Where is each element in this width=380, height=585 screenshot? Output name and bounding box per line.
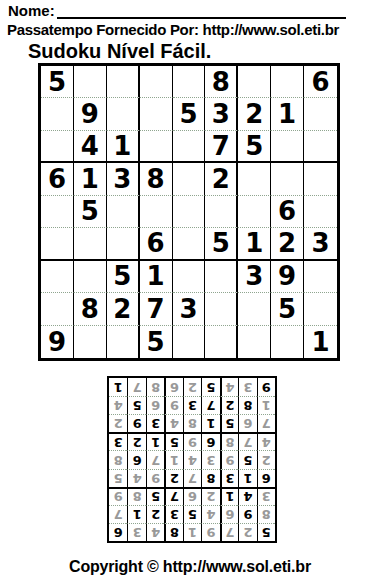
solution-cell-r9c6: 6 bbox=[164, 378, 182, 396]
main-cell-r5c6 bbox=[205, 196, 238, 228]
main-cell-r5c8: 6 bbox=[271, 196, 304, 228]
solution-cell-r6c1: 4 bbox=[257, 432, 275, 450]
main-cell-r9c9: 1 bbox=[304, 326, 337, 358]
name-underline bbox=[57, 5, 346, 19]
solution-cell-r2c7: 2 bbox=[146, 505, 164, 523]
solution-cell-r1c2: 2 bbox=[238, 523, 256, 541]
main-cell-r8c4: 7 bbox=[140, 293, 173, 325]
main-cell-r5c3 bbox=[107, 196, 140, 228]
main-cell-r4c2: 1 bbox=[74, 163, 107, 195]
main-cell-r5c7 bbox=[238, 196, 271, 228]
solution-cell-r5c3: 9 bbox=[220, 450, 238, 468]
copyright: Copyright © http://www.sol.eti.br bbox=[0, 558, 380, 576]
main-cell-r6c9: 3 bbox=[304, 228, 337, 260]
main-cell-r8c8: 5 bbox=[271, 293, 304, 325]
solution-cell-r3c6: 7 bbox=[164, 487, 182, 505]
main-cell-r3c2: 4 bbox=[74, 131, 107, 163]
solution-cell-r4c2: 1 bbox=[238, 469, 256, 487]
main-cell-r7c2 bbox=[74, 261, 107, 293]
main-cell-r8c2: 8 bbox=[74, 293, 107, 325]
solution-cell-r8c2: 8 bbox=[238, 396, 256, 414]
main-cell-r9c5 bbox=[173, 326, 206, 358]
main-cell-r7c3: 5 bbox=[107, 261, 140, 293]
main-cell-r5c5 bbox=[173, 196, 206, 228]
main-cell-r4c7 bbox=[238, 163, 271, 195]
solution-cell-r4c5: 7 bbox=[183, 469, 201, 487]
solution-cell-r9c2: 3 bbox=[238, 378, 256, 396]
solution-cell-r6c9: 3 bbox=[109, 432, 127, 450]
main-cell-r1c2 bbox=[74, 66, 107, 98]
solution-cell-r8c9: 4 bbox=[109, 396, 127, 414]
main-cell-r8c9 bbox=[304, 293, 337, 325]
solution-cell-r7c8: 9 bbox=[127, 414, 145, 432]
main-cell-r8c5: 3 bbox=[173, 293, 206, 325]
main-cell-r8c3: 2 bbox=[107, 293, 140, 325]
solution-cell-r5c9: 8 bbox=[109, 450, 127, 468]
main-cell-r3c7: 5 bbox=[238, 131, 271, 163]
solution-cell-r5c4: 3 bbox=[201, 450, 219, 468]
solution-cell-r2c5: 5 bbox=[183, 505, 201, 523]
main-cell-r7c5 bbox=[173, 261, 206, 293]
main-cell-r9c4: 5 bbox=[140, 326, 173, 358]
solution-grid: 5279184368964532173412675896138729452593… bbox=[107, 376, 277, 543]
main-cell-r1c6: 8 bbox=[205, 66, 238, 98]
solution-cell-r1c8: 3 bbox=[127, 523, 145, 541]
main-cell-r4c1: 6 bbox=[41, 163, 74, 195]
solution-cell-r8c8: 5 bbox=[127, 396, 145, 414]
main-cell-r4c4: 8 bbox=[140, 163, 173, 195]
solution-cell-r9c9: 1 bbox=[109, 378, 127, 396]
solution-cell-r7c1: 7 bbox=[257, 414, 275, 432]
main-cell-r2c4 bbox=[140, 98, 173, 130]
solution-cell-r9c7: 8 bbox=[146, 378, 164, 396]
solution-cell-r3c4: 2 bbox=[201, 487, 219, 505]
main-cell-r3c4 bbox=[140, 131, 173, 163]
solution-cell-r2c4: 4 bbox=[201, 505, 219, 523]
solution-cell-r4c4: 8 bbox=[201, 469, 219, 487]
solution-cell-r5c6: 1 bbox=[164, 450, 182, 468]
solution-cell-r1c4: 9 bbox=[201, 523, 219, 541]
solution-cell-r9c1: 9 bbox=[257, 378, 275, 396]
solution-cell-r6c2: 7 bbox=[238, 432, 256, 450]
solution-cell-r6c3: 8 bbox=[220, 432, 238, 450]
main-cell-r2c6: 3 bbox=[205, 98, 238, 130]
main-cell-r8c6 bbox=[205, 293, 238, 325]
name-label: Nome: bbox=[8, 2, 55, 19]
main-cell-r1c9: 6 bbox=[304, 66, 337, 98]
solution-cell-r7c4: 1 bbox=[201, 414, 219, 432]
main-cell-r1c5 bbox=[173, 66, 206, 98]
solution-cell-r6c4: 6 bbox=[201, 432, 219, 450]
main-cell-r4c8 bbox=[271, 163, 304, 195]
solution-cell-r7c9: 2 bbox=[109, 414, 127, 432]
main-cell-r1c7 bbox=[238, 66, 271, 98]
solution-cell-r3c2: 4 bbox=[238, 487, 256, 505]
solution-cell-r1c9: 6 bbox=[109, 523, 127, 541]
main-cell-r6c7: 1 bbox=[238, 228, 271, 260]
solution-cell-r2c1: 8 bbox=[257, 505, 275, 523]
solution-cell-r7c3: 5 bbox=[220, 414, 238, 432]
main-cell-r2c5: 5 bbox=[173, 98, 206, 130]
solution-cell-r9c8: 7 bbox=[127, 378, 145, 396]
main-cell-r9c8 bbox=[271, 326, 304, 358]
main-cell-r6c3 bbox=[107, 228, 140, 260]
solution-cell-r8c4: 7 bbox=[201, 396, 219, 414]
solution-cell-r4c6: 2 bbox=[164, 469, 182, 487]
solution-cell-r3c7: 5 bbox=[146, 487, 164, 505]
solution-cell-r3c1: 3 bbox=[257, 487, 275, 505]
main-cell-r1c1: 5 bbox=[41, 66, 74, 98]
main-cell-r9c3 bbox=[107, 326, 140, 358]
solution-cell-r2c8: 1 bbox=[127, 505, 145, 523]
main-cell-r7c6 bbox=[205, 261, 238, 293]
solution-cell-r9c4: 5 bbox=[201, 378, 219, 396]
main-cell-r2c3 bbox=[107, 98, 140, 130]
main-cell-r9c1: 9 bbox=[41, 326, 74, 358]
main-cell-r3c1 bbox=[41, 131, 74, 163]
solution-cell-r9c3: 4 bbox=[220, 378, 238, 396]
main-cell-r3c9 bbox=[304, 131, 337, 163]
solution-cell-r3c3: 1 bbox=[220, 487, 238, 505]
main-cell-r5c1 bbox=[41, 196, 74, 228]
main-cell-r1c3 bbox=[107, 66, 140, 98]
solution-cell-r9c5: 2 bbox=[183, 378, 201, 396]
main-cell-r9c2 bbox=[74, 326, 107, 358]
main-grid: 586953214175613825665123513982735951 bbox=[38, 63, 340, 361]
main-cell-r4c6: 2 bbox=[205, 163, 238, 195]
main-cell-r3c3: 1 bbox=[107, 131, 140, 163]
main-cell-r5c9 bbox=[304, 196, 337, 228]
main-cell-r7c4: 1 bbox=[140, 261, 173, 293]
solution-cell-r8c3: 2 bbox=[220, 396, 238, 414]
solution-cell-r5c1: 2 bbox=[257, 450, 275, 468]
main-cell-r7c9 bbox=[304, 261, 337, 293]
main-cell-r3c8 bbox=[271, 131, 304, 163]
main-cell-r1c4 bbox=[140, 66, 173, 98]
main-cell-r2c9 bbox=[304, 98, 337, 130]
solution-cell-r5c5: 4 bbox=[183, 450, 201, 468]
solution-cell-r6c6: 5 bbox=[164, 432, 182, 450]
solution-cell-r6c7: 1 bbox=[146, 432, 164, 450]
main-cell-r2c7: 2 bbox=[238, 98, 271, 130]
main-cell-r5c2: 5 bbox=[74, 196, 107, 228]
solution-cell-r8c5: 3 bbox=[183, 396, 201, 414]
main-cell-r9c6 bbox=[205, 326, 238, 358]
solution-cell-r6c5: 9 bbox=[183, 432, 201, 450]
solution-cell-r2c6: 3 bbox=[164, 505, 182, 523]
main-cell-r8c1 bbox=[41, 293, 74, 325]
main-cell-r6c1 bbox=[41, 228, 74, 260]
solution-cell-r2c3: 6 bbox=[220, 505, 238, 523]
main-cell-r2c8: 1 bbox=[271, 98, 304, 130]
solution-cell-r7c5: 8 bbox=[183, 414, 201, 432]
name-line: Nome: bbox=[8, 2, 346, 19]
solution-cell-r4c8: 4 bbox=[127, 469, 145, 487]
solution-cell-r3c8: 8 bbox=[127, 487, 145, 505]
provider-line: Passatempo Fornecido Por: http://www.sol… bbox=[7, 21, 377, 38]
solution-cell-r8c6: 9 bbox=[164, 396, 182, 414]
solution-cell-r7c7: 3 bbox=[146, 414, 164, 432]
solution-cell-r7c2: 6 bbox=[238, 414, 256, 432]
main-cell-r9c7 bbox=[238, 326, 271, 358]
solution-cell-r4c1: 6 bbox=[257, 469, 275, 487]
main-cell-r6c8: 2 bbox=[271, 228, 304, 260]
main-cell-r7c8: 9 bbox=[271, 261, 304, 293]
main-cell-r4c5 bbox=[173, 163, 206, 195]
main-cell-r8c7 bbox=[238, 293, 271, 325]
solution-cell-r1c3: 7 bbox=[220, 523, 238, 541]
solution-cell-r3c9: 9 bbox=[109, 487, 127, 505]
main-cell-r6c2 bbox=[74, 228, 107, 260]
solution-cell-r2c9: 7 bbox=[109, 505, 127, 523]
page-title: Sudoku Nível Fácil. bbox=[28, 40, 211, 63]
main-cell-r5c4 bbox=[140, 196, 173, 228]
main-cell-r6c4: 6 bbox=[140, 228, 173, 260]
solution-cell-r1c1: 5 bbox=[257, 523, 275, 541]
main-cell-r4c3: 3 bbox=[107, 163, 140, 195]
solution-cell-r8c1: 1 bbox=[257, 396, 275, 414]
main-cell-r7c7: 3 bbox=[238, 261, 271, 293]
main-cell-r2c2: 9 bbox=[74, 98, 107, 130]
main-cell-r6c5 bbox=[173, 228, 206, 260]
solution-cell-r5c2: 5 bbox=[238, 450, 256, 468]
main-cell-r6c6: 5 bbox=[205, 228, 238, 260]
main-cell-r7c1 bbox=[41, 261, 74, 293]
solution-cell-r3c5: 6 bbox=[183, 487, 201, 505]
solution-cell-r4c7: 9 bbox=[146, 469, 164, 487]
main-cell-r4c9 bbox=[304, 163, 337, 195]
solution-cell-r4c9: 5 bbox=[109, 469, 127, 487]
solution-cell-r4c3: 3 bbox=[220, 469, 238, 487]
main-cell-r3c5 bbox=[173, 131, 206, 163]
main-cell-r1c8 bbox=[271, 66, 304, 98]
solution-cell-r2c2: 9 bbox=[238, 505, 256, 523]
solution-cell-r1c7: 4 bbox=[146, 523, 164, 541]
solution-cell-r8c7: 6 bbox=[146, 396, 164, 414]
solution-cell-r7c6: 4 bbox=[164, 414, 182, 432]
solution-cell-r5c7: 7 bbox=[146, 450, 164, 468]
solution-cell-r1c6: 8 bbox=[164, 523, 182, 541]
solution-cell-r5c8: 6 bbox=[127, 450, 145, 468]
solution-cell-r1c5: 1 bbox=[183, 523, 201, 541]
main-cell-r2c1 bbox=[41, 98, 74, 130]
main-cell-r3c6: 7 bbox=[205, 131, 238, 163]
solution-cell-r6c8: 2 bbox=[127, 432, 145, 450]
